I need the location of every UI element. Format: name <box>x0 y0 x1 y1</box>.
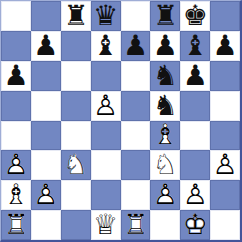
square-b4[interactable] <box>31 121 61 151</box>
black-piece-glyph: ♟ <box>121 31 151 61</box>
square-g1[interactable]: ♚♔ <box>180 210 210 240</box>
square-a5[interactable] <box>1 91 31 121</box>
square-b2[interactable]: ♟♙ <box>31 180 61 210</box>
white-piece-outline-glyph: ♙ <box>210 150 240 180</box>
square-h2[interactable] <box>210 180 240 210</box>
black-piece-glyph: ♜ <box>150 1 180 31</box>
white-piece-fill-glyph: ♟ <box>150 180 180 210</box>
white-piece-fill-glyph: ♟ <box>180 180 210 210</box>
piece-white-pawn[interactable]: ♟♙ <box>91 91 121 121</box>
black-piece-glyph: ♜ <box>61 1 91 31</box>
black-piece-glyph: ♛ <box>91 1 121 31</box>
square-d6[interactable] <box>91 61 121 91</box>
piece-black-king[interactable]: ♚ <box>180 1 210 31</box>
black-piece-glyph: ♝ <box>180 31 210 61</box>
square-d7[interactable]: ♝ <box>91 31 121 61</box>
square-a4[interactable] <box>1 121 31 151</box>
square-g5[interactable] <box>180 91 210 121</box>
black-piece-glyph: ♟ <box>210 31 240 61</box>
square-g8[interactable]: ♚ <box>180 1 210 31</box>
black-piece-glyph: ♝ <box>91 31 121 61</box>
piece-white-king[interactable]: ♚♔ <box>180 210 210 240</box>
black-piece-glyph: ♚ <box>180 1 210 31</box>
piece-white-knight[interactable]: ♞♘ <box>150 150 180 180</box>
white-piece-fill-glyph: ♟ <box>210 150 240 180</box>
white-piece-fill-glyph: ♞ <box>61 150 91 180</box>
square-f4[interactable]: ♝♗ <box>150 121 180 151</box>
black-piece-glyph: ♞ <box>150 61 180 91</box>
white-piece-fill-glyph: ♝ <box>1 180 31 210</box>
white-piece-fill-glyph: ♟ <box>1 150 31 180</box>
square-g2[interactable]: ♟♙ <box>180 180 210 210</box>
square-f2[interactable]: ♟♙ <box>150 180 180 210</box>
piece-black-knight[interactable]: ♞ <box>150 61 180 91</box>
square-a6[interactable]: ♟ <box>1 61 31 91</box>
white-piece-fill-glyph: ♜ <box>121 210 151 240</box>
piece-black-pawn[interactable]: ♟ <box>180 61 210 91</box>
black-piece-glyph: ♞ <box>150 91 180 121</box>
white-piece-fill-glyph: ♞ <box>150 150 180 180</box>
white-piece-outline-glyph: ♕ <box>91 210 121 240</box>
square-a2[interactable]: ♝♗ <box>1 180 31 210</box>
square-h1[interactable] <box>210 210 240 240</box>
piece-black-pawn[interactable]: ♟ <box>1 61 31 91</box>
square-f8[interactable]: ♜ <box>150 1 180 31</box>
square-b6[interactable] <box>31 61 61 91</box>
white-piece-outline-glyph: ♙ <box>180 180 210 210</box>
white-piece-fill-glyph: ♟ <box>31 180 61 210</box>
square-h8[interactable] <box>210 1 240 31</box>
piece-black-pawn[interactable]: ♟ <box>210 31 240 61</box>
square-a1[interactable]: ♜♖ <box>1 210 31 240</box>
square-f1[interactable] <box>150 210 180 240</box>
square-d2[interactable] <box>91 180 121 210</box>
square-d5[interactable]: ♟♙ <box>91 91 121 121</box>
square-g6[interactable]: ♟ <box>180 61 210 91</box>
piece-black-pawn[interactable]: ♟ <box>31 31 61 61</box>
square-b3[interactable] <box>31 150 61 180</box>
piece-white-pawn[interactable]: ♟♙ <box>31 180 61 210</box>
square-c2[interactable] <box>61 180 91 210</box>
square-b7[interactable]: ♟ <box>31 31 61 61</box>
piece-black-bishop[interactable]: ♝ <box>91 31 121 61</box>
white-piece-outline-glyph: ♖ <box>1 210 31 240</box>
piece-white-pawn[interactable]: ♟♙ <box>210 150 240 180</box>
square-e7[interactable]: ♟ <box>121 31 151 61</box>
square-e8[interactable] <box>121 1 151 31</box>
piece-black-bishop[interactable]: ♝ <box>180 31 210 61</box>
square-a7[interactable] <box>1 31 31 61</box>
square-e1[interactable]: ♜♖ <box>121 210 151 240</box>
piece-black-rook[interactable]: ♜ <box>61 1 91 31</box>
white-piece-outline-glyph: ♖ <box>121 210 151 240</box>
black-piece-glyph: ♟ <box>150 31 180 61</box>
square-c1[interactable] <box>61 210 91 240</box>
square-c7[interactable] <box>61 31 91 61</box>
piece-white-bishop[interactable]: ♝♗ <box>150 121 180 151</box>
square-c3[interactable]: ♞♘ <box>61 150 91 180</box>
square-d4[interactable] <box>91 121 121 151</box>
square-f6[interactable]: ♞ <box>150 61 180 91</box>
square-e6[interactable] <box>121 61 151 91</box>
square-b5[interactable] <box>31 91 61 121</box>
square-c8[interactable]: ♜ <box>61 1 91 31</box>
square-h6[interactable] <box>210 61 240 91</box>
white-piece-outline-glyph: ♔ <box>180 210 210 240</box>
piece-white-bishop[interactable]: ♝♗ <box>1 180 31 210</box>
piece-black-rook[interactable]: ♜ <box>150 1 180 31</box>
square-h4[interactable] <box>210 121 240 151</box>
piece-white-pawn[interactable]: ♟♙ <box>1 150 31 180</box>
square-d1[interactable]: ♛♕ <box>91 210 121 240</box>
square-e3[interactable] <box>121 150 151 180</box>
white-piece-outline-glyph: ♙ <box>31 180 61 210</box>
chess-board: ♜♛♜♚♟♝♟♟♝♟♟♞♟♟♙♞♝♗♟♙♞♘♞♘♟♙♝♗♟♙♟♙♟♙♜♖♛♕♜♖… <box>0 0 242 242</box>
piece-white-rook[interactable]: ♜♖ <box>121 210 151 240</box>
chess-board-container: ♜♛♜♚♟♝♟♟♝♟♟♞♟♟♙♞♝♗♟♙♞♘♞♘♟♙♝♗♟♙♟♙♟♙♜♖♛♕♜♖… <box>0 0 242 242</box>
piece-white-knight[interactable]: ♞♘ <box>61 150 91 180</box>
white-piece-fill-glyph: ♝ <box>150 121 180 151</box>
white-piece-outline-glyph: ♗ <box>1 180 31 210</box>
square-f5[interactable]: ♞ <box>150 91 180 121</box>
square-h7[interactable]: ♟ <box>210 31 240 61</box>
square-c4[interactable] <box>61 121 91 151</box>
square-f3[interactable]: ♞♘ <box>150 150 180 180</box>
white-piece-fill-glyph: ♚ <box>180 210 210 240</box>
black-piece-glyph: ♟ <box>31 31 61 61</box>
square-b1[interactable] <box>31 210 61 240</box>
square-e5[interactable] <box>121 91 151 121</box>
piece-black-knight[interactable]: ♞ <box>150 91 180 121</box>
square-b8[interactable] <box>31 1 61 31</box>
piece-black-pawn[interactable]: ♟ <box>121 31 151 61</box>
square-g7[interactable]: ♝ <box>180 31 210 61</box>
square-h3[interactable]: ♟♙ <box>210 150 240 180</box>
black-piece-glyph: ♟ <box>180 61 210 91</box>
square-h5[interactable] <box>210 91 240 121</box>
square-d3[interactable] <box>91 150 121 180</box>
square-e4[interactable] <box>121 121 151 151</box>
white-piece-fill-glyph: ♟ <box>91 91 121 121</box>
square-g4[interactable] <box>180 121 210 151</box>
piece-white-rook[interactable]: ♜♖ <box>1 210 31 240</box>
piece-black-pawn[interactable]: ♟ <box>150 31 180 61</box>
square-d8[interactable]: ♛ <box>91 1 121 31</box>
piece-white-pawn[interactable]: ♟♙ <box>180 180 210 210</box>
black-piece-glyph: ♟ <box>1 61 31 91</box>
white-piece-outline-glyph: ♙ <box>91 91 121 121</box>
square-a3[interactable]: ♟♙ <box>1 150 31 180</box>
square-a8[interactable] <box>1 1 31 31</box>
white-piece-outline-glyph: ♙ <box>150 180 180 210</box>
white-piece-fill-glyph: ♜ <box>1 210 31 240</box>
white-piece-fill-glyph: ♛ <box>91 210 121 240</box>
piece-white-pawn[interactable]: ♟♙ <box>150 180 180 210</box>
square-f7[interactable]: ♟ <box>150 31 180 61</box>
white-piece-outline-glyph: ♗ <box>150 121 180 151</box>
square-g3[interactable] <box>180 150 210 180</box>
white-piece-outline-glyph: ♘ <box>150 150 180 180</box>
piece-black-queen[interactable]: ♛ <box>91 1 121 31</box>
piece-white-queen[interactable]: ♛♕ <box>91 210 121 240</box>
white-piece-outline-glyph: ♙ <box>1 150 31 180</box>
square-c5[interactable] <box>61 91 91 121</box>
square-c6[interactable] <box>61 61 91 91</box>
square-e2[interactable] <box>121 180 151 210</box>
white-piece-outline-glyph: ♘ <box>61 150 91 180</box>
